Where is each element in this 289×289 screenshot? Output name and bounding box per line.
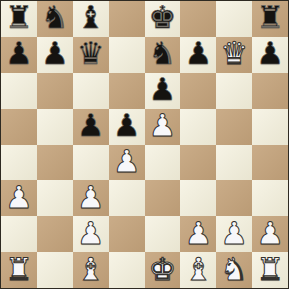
piece-white-pawn[interactable]: ♟ <box>77 218 105 249</box>
piece-white-pawn[interactable]: ♟ <box>113 146 141 177</box>
square-a5[interactable] <box>1 109 37 145</box>
chess-board: ♜♞♝♚♜♟♟♛♞♟♛♟♟♟♟♟♟♟♟♟♟♟♟♜♝♚♝♞♜ <box>0 0 289 289</box>
piece-black-rook[interactable]: ♜ <box>5 2 33 33</box>
piece-black-bishop[interactable]: ♝ <box>77 2 105 33</box>
square-e4[interactable] <box>145 145 181 181</box>
square-h5[interactable] <box>252 109 288 145</box>
square-c8[interactable]: ♝ <box>73 1 109 37</box>
square-d5[interactable]: ♟ <box>109 109 145 145</box>
square-f1[interactable]: ♝ <box>180 252 216 288</box>
square-g5[interactable] <box>216 109 252 145</box>
piece-white-pawn[interactable]: ♟ <box>149 110 177 141</box>
piece-white-pawn[interactable]: ♟ <box>256 218 284 249</box>
piece-black-rook[interactable]: ♜ <box>256 2 284 33</box>
square-c2[interactable]: ♟ <box>73 216 109 252</box>
square-b6[interactable] <box>37 73 73 109</box>
piece-black-pawn[interactable]: ♟ <box>149 74 177 105</box>
square-e2[interactable] <box>145 216 181 252</box>
square-g6[interactable] <box>216 73 252 109</box>
square-e5[interactable]: ♟ <box>145 109 181 145</box>
square-b7[interactable]: ♟ <box>37 37 73 73</box>
piece-white-pawn[interactable]: ♟ <box>220 218 248 249</box>
square-a8[interactable]: ♜ <box>1 1 37 37</box>
square-b5[interactable] <box>37 109 73 145</box>
square-e3[interactable] <box>145 180 181 216</box>
square-e7[interactable]: ♞ <box>145 37 181 73</box>
piece-black-pawn[interactable]: ♟ <box>113 110 141 141</box>
square-b8[interactable]: ♞ <box>37 1 73 37</box>
piece-white-pawn[interactable]: ♟ <box>184 218 212 249</box>
square-c6[interactable] <box>73 73 109 109</box>
square-c5[interactable]: ♟ <box>73 109 109 145</box>
square-c1[interactable]: ♝ <box>73 252 109 288</box>
square-h2[interactable]: ♟ <box>252 216 288 252</box>
square-g1[interactable]: ♞ <box>216 252 252 288</box>
square-h1[interactable]: ♜ <box>252 252 288 288</box>
square-g4[interactable] <box>216 145 252 181</box>
square-f6[interactable] <box>180 73 216 109</box>
square-a7[interactable]: ♟ <box>1 37 37 73</box>
piece-black-pawn[interactable]: ♟ <box>5 38 33 69</box>
square-b3[interactable] <box>37 180 73 216</box>
square-a2[interactable] <box>1 216 37 252</box>
square-h3[interactable] <box>252 180 288 216</box>
piece-black-pawn[interactable]: ♟ <box>256 38 284 69</box>
square-f5[interactable] <box>180 109 216 145</box>
square-h6[interactable] <box>252 73 288 109</box>
piece-black-knight[interactable]: ♞ <box>149 38 177 69</box>
square-g7[interactable]: ♛ <box>216 37 252 73</box>
piece-white-rook[interactable]: ♜ <box>256 254 284 285</box>
square-b1[interactable] <box>37 252 73 288</box>
piece-white-bishop[interactable]: ♝ <box>184 254 212 285</box>
square-d6[interactable] <box>109 73 145 109</box>
square-e1[interactable]: ♚ <box>145 252 181 288</box>
square-g3[interactable] <box>216 180 252 216</box>
square-b4[interactable] <box>37 145 73 181</box>
piece-white-knight[interactable]: ♞ <box>220 254 248 285</box>
square-c4[interactable] <box>73 145 109 181</box>
piece-black-knight[interactable]: ♞ <box>41 2 69 33</box>
square-d7[interactable] <box>109 37 145 73</box>
square-d2[interactable] <box>109 216 145 252</box>
square-h8[interactable]: ♜ <box>252 1 288 37</box>
square-f7[interactable]: ♟ <box>180 37 216 73</box>
square-f3[interactable] <box>180 180 216 216</box>
square-d1[interactable] <box>109 252 145 288</box>
square-d3[interactable] <box>109 180 145 216</box>
piece-black-pawn[interactable]: ♟ <box>77 110 105 141</box>
square-a3[interactable]: ♟ <box>1 180 37 216</box>
piece-white-bishop[interactable]: ♝ <box>77 254 105 285</box>
piece-black-pawn[interactable]: ♟ <box>41 38 69 69</box>
square-h7[interactable]: ♟ <box>252 37 288 73</box>
piece-white-pawn[interactable]: ♟ <box>77 182 105 213</box>
square-b2[interactable] <box>37 216 73 252</box>
piece-white-rook[interactable]: ♜ <box>5 254 33 285</box>
square-e6[interactable]: ♟ <box>145 73 181 109</box>
piece-white-king[interactable]: ♚ <box>149 254 177 285</box>
piece-black-pawn[interactable]: ♟ <box>184 38 212 69</box>
piece-white-pawn[interactable]: ♟ <box>5 182 33 213</box>
square-g8[interactable] <box>216 1 252 37</box>
piece-black-king[interactable]: ♚ <box>149 2 177 33</box>
square-a4[interactable] <box>1 145 37 181</box>
square-h4[interactable] <box>252 145 288 181</box>
square-e8[interactable]: ♚ <box>145 1 181 37</box>
square-a1[interactable]: ♜ <box>1 252 37 288</box>
square-f4[interactable] <box>180 145 216 181</box>
square-a6[interactable] <box>1 73 37 109</box>
square-d4[interactable]: ♟ <box>109 145 145 181</box>
piece-black-queen[interactable]: ♛ <box>77 38 105 69</box>
square-g2[interactable]: ♟ <box>216 216 252 252</box>
square-f2[interactable]: ♟ <box>180 216 216 252</box>
piece-white-queen[interactable]: ♛ <box>220 38 248 69</box>
square-d8[interactable] <box>109 1 145 37</box>
square-c3[interactable]: ♟ <box>73 180 109 216</box>
square-c7[interactable]: ♛ <box>73 37 109 73</box>
square-f8[interactable] <box>180 1 216 37</box>
